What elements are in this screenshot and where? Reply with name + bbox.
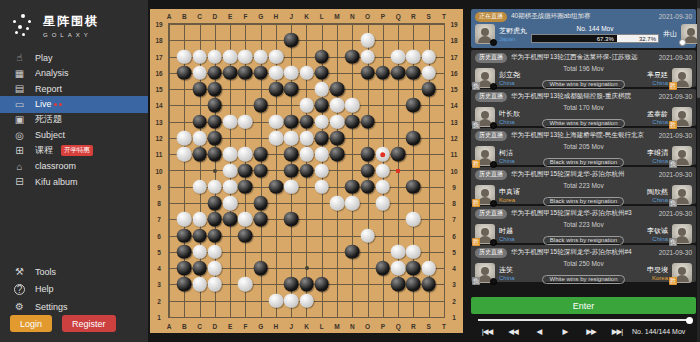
black-stone-B16	[177, 66, 192, 81]
black-stone-L12	[314, 131, 329, 146]
black-stone-C4	[192, 261, 207, 276]
player-avatar: 胜	[672, 263, 692, 283]
game-title: 华为手机围甲13轮上海建桥学院-民生银行北京	[511, 131, 655, 140]
total-moves: Total 250 Mov	[537, 260, 630, 267]
white-stone-D3	[208, 277, 223, 292]
player-avatar: 负	[475, 263, 495, 283]
white-stone-icon	[679, 39, 686, 46]
black-stone-F9	[238, 179, 253, 194]
tools-icon: ⚒	[14, 266, 25, 277]
slider-knob[interactable]	[686, 317, 693, 324]
black-stone-G16	[253, 66, 268, 81]
black-stone-K13	[299, 114, 314, 129]
white-stone-D5	[208, 245, 223, 260]
col-label-bottom: P	[381, 323, 385, 330]
white-stone-P11	[376, 147, 391, 162]
white-stone-N8	[345, 196, 360, 211]
logo-title: 星阵围棋	[43, 13, 99, 30]
row-label-left: 10	[155, 167, 162, 174]
row-label-left: 19	[155, 21, 162, 28]
col-label-bottom: C	[197, 323, 202, 330]
black-stone-S3	[421, 277, 436, 292]
enter-button[interactable]: Enter	[471, 297, 696, 314]
white-stone-C17	[192, 49, 207, 64]
live-game-list: 正在直播40期棋圣战循环圈ab组加赛2021-09-30芝野虎丸JapanNo.…	[471, 9, 696, 284]
white-winrate: 32.7%	[617, 35, 658, 42]
sidebar-item-label: 课程	[35, 144, 53, 157]
game-result: Black wins by resignation	[543, 158, 624, 167]
game-date: 2021-09-30	[659, 171, 692, 178]
col-label-top: M	[334, 13, 339, 20]
player-country: China	[634, 80, 668, 86]
black-stone-M11	[330, 147, 345, 162]
sidebar-item-report[interactable]: ▤Report	[0, 80, 148, 97]
white-stone-J12	[284, 131, 299, 146]
player-name: 彭立尧	[499, 70, 533, 80]
white-stone-R5	[406, 245, 421, 260]
row-label-right: 16	[450, 69, 457, 76]
black-stone-M12	[330, 131, 345, 146]
classroom-icon: ⌂	[14, 161, 25, 172]
white-stone-O17	[360, 49, 375, 64]
black-stone-icon	[490, 122, 497, 129]
analysis-icon: ▦	[14, 68, 25, 79]
row-label-left: 12	[155, 134, 162, 141]
live-indicator-dot	[54, 103, 57, 106]
black-stone-G11	[253, 147, 268, 162]
white-stone-K14	[299, 98, 314, 113]
result-badge: 负	[669, 199, 677, 207]
white-stone-K2	[299, 293, 314, 308]
white-stone-E13	[223, 114, 238, 129]
sidebar-item-kifu-album[interactable]: ⊟Kifu album	[0, 173, 148, 190]
white-stone-H13	[269, 114, 284, 129]
total-moves: Total 205 Mov	[537, 143, 630, 150]
game-date: 2021-09-30	[659, 210, 692, 217]
white-stone-P10	[376, 163, 391, 178]
col-label-top: T	[442, 13, 446, 20]
black-stone-H9	[269, 179, 284, 194]
black-stone-icon	[490, 161, 497, 168]
result-badge: 负	[472, 277, 480, 285]
black-stone-D12	[208, 131, 223, 146]
black-stone-J11	[284, 147, 299, 162]
row-label-left: 5	[157, 248, 161, 255]
black-stone-R3	[406, 277, 421, 292]
black-stone-D8	[208, 196, 223, 211]
live-indicator-dot	[59, 103, 62, 106]
sidebar: 星阵围棋 GOLAXY ☝Play▦Analysis▤Report▭Live▣死…	[0, 0, 148, 342]
game-result: White wins by resignation	[542, 80, 624, 89]
white-stone-E10	[223, 163, 238, 178]
row-label-left: 7	[157, 216, 161, 223]
white-stone-B12	[177, 131, 192, 146]
player-country: China	[634, 158, 668, 164]
settings-icon: ⚙	[14, 301, 25, 312]
row-label-left: 6	[157, 232, 161, 239]
row-label-left: 11	[156, 151, 163, 158]
sidebar-item-subject[interactable]: ◎Subject	[0, 127, 148, 144]
result-badge: 负	[669, 160, 677, 168]
sidebar-item-label: Tools	[35, 267, 56, 277]
black-stone-Q11	[391, 147, 406, 162]
result-badge: 负	[472, 82, 480, 90]
white-stone-N14	[345, 98, 360, 113]
player-country: China	[499, 275, 533, 281]
player-country: Korea	[499, 197, 533, 203]
black-stone-P4	[376, 261, 391, 276]
black-winrate: 67.3%	[532, 35, 617, 42]
row-label-right: 1	[452, 314, 456, 321]
sidebar-item-label: Live	[35, 99, 52, 109]
black-stone-K10	[299, 163, 314, 178]
col-label-top: R	[411, 13, 416, 20]
white-stone-K12	[299, 131, 314, 146]
result-badge: 负	[669, 238, 677, 246]
col-label-top: N	[350, 13, 355, 20]
row-label-right: 8	[452, 200, 456, 207]
sidebar-item-analysis[interactable]: ▦Analysis	[0, 65, 148, 82]
sidebar-item-tools[interactable]: ⚒Tools	[0, 263, 148, 280]
white-stone-Q17	[391, 49, 406, 64]
row-label-left: 3	[157, 281, 161, 288]
game-entry-1[interactable]: 正在直播40期棋圣战循环圈ab组加赛2021-09-30芝野虎丸JapanNo.…	[471, 9, 696, 48]
history-badge: 历史直播	[475, 170, 507, 180]
white-stone-R17	[406, 49, 421, 64]
black-stone-C6	[192, 228, 207, 243]
col-label-bottom: J	[289, 323, 293, 330]
sidebar-item-label: Settings	[35, 302, 68, 312]
player-name: 连笑	[499, 265, 533, 275]
sidebar-item-label: Help	[35, 284, 54, 294]
game-entry-3[interactable]: 历史直播华为手机围甲13轮成都懿锦控股-重庆棋院2021-09-30负叶长欣Ch…	[471, 89, 696, 126]
row-label-left: 9	[157, 183, 161, 190]
row-label-right: 14	[450, 102, 457, 109]
playback-controls: |◀◀◀◀◀▶▶▶▶▶|No. 144/144 Mov	[474, 325, 699, 338]
black-stone-L3	[314, 277, 329, 292]
total-moves: Total 196 Mov	[537, 65, 630, 72]
col-label-bottom: F	[243, 323, 247, 330]
player-avatar: 负	[475, 107, 495, 127]
row-label-right: 4	[452, 265, 456, 272]
black-stone-K3	[299, 277, 314, 292]
kifu-icon: ⊟	[14, 176, 25, 187]
game-entry-2[interactable]: 历史直播华为手机围甲13轮江西金达莱环保-江苏致远2021-09-30负彭立尧C…	[471, 50, 696, 87]
black-stone-D11	[208, 147, 223, 162]
row-label-left: 18	[155, 37, 162, 44]
game-result: Black wins by resignation	[543, 236, 624, 245]
game-entry-6[interactable]: 历史直播华为手机围甲15轮深圳龙华-苏泊尔杭州#32021-09-30胜时越Ch…	[471, 206, 696, 243]
black-stone-S15	[421, 82, 436, 97]
sidebar-item-classroom[interactable]: ⌂classroom	[0, 158, 148, 175]
player-avatar: 胜	[475, 185, 495, 205]
white-stone-J16	[284, 66, 299, 81]
col-label-bottom: N	[350, 323, 355, 330]
fast-backward-button[interactable]: ◀◀	[500, 325, 526, 338]
tsumego-icon: ▣	[14, 114, 25, 125]
black-stone-B5	[177, 245, 192, 260]
white-stone-F7	[238, 212, 253, 227]
black-stone-icon	[490, 239, 497, 246]
player-avatar: 胜	[672, 68, 692, 88]
history-badge: 历史直播	[475, 131, 507, 141]
col-label-bottom: H	[274, 323, 279, 330]
sidebar-item-课程[interactable]: ⊞课程开学特惠	[0, 142, 148, 159]
player-name: 孟泰龄	[634, 109, 668, 119]
player-country: Korea	[634, 275, 668, 281]
black-stone-D13	[208, 114, 223, 129]
player-name: 申真谞	[499, 187, 533, 197]
col-label-bottom: L	[320, 323, 324, 330]
total-moves: Total 170 Mov	[537, 104, 630, 111]
white-stone-J9	[284, 179, 299, 194]
row-label-right: 19	[450, 21, 457, 28]
result-badge: 胜	[472, 238, 480, 246]
winrate-bar: 67.3%32.7%	[531, 34, 659, 43]
white-stone-B11	[177, 147, 192, 162]
col-label-top: K	[304, 13, 309, 20]
move-slider[interactable]	[478, 319, 690, 321]
black-stone-icon	[490, 39, 497, 46]
star-point	[213, 169, 217, 173]
sidebar-item-label: Subject	[35, 130, 65, 140]
player-name: 李钦诚	[634, 226, 668, 236]
golaxy-app: 星阵围棋 GOLAXY ☝Play▦Analysis▤Report▭Live▣死…	[0, 0, 700, 342]
white-stone-O6	[360, 228, 375, 243]
result-badge: 胜	[472, 199, 480, 207]
sidebar-item-label: Play	[35, 53, 53, 63]
black-stone-icon	[490, 200, 497, 207]
col-label-top: J	[289, 13, 293, 20]
white-stone-S17	[421, 49, 436, 64]
black-stone-N17	[345, 49, 360, 64]
white-stone-H2	[269, 293, 284, 308]
row-label-right: 9	[452, 183, 456, 190]
hand-icon: ☝	[14, 52, 25, 63]
player-avatar: 胜	[672, 107, 692, 127]
black-stone-B6	[177, 228, 192, 243]
black-stone-L17	[314, 49, 329, 64]
help-icon: ?	[14, 284, 25, 295]
white-stone-L13	[314, 114, 329, 129]
player-country: Japan	[499, 36, 527, 42]
sidebar-item-label: 死活题	[35, 113, 62, 126]
login-button[interactable]: Login	[10, 315, 52, 332]
col-label-bottom: D	[212, 323, 217, 330]
black-stone-C13	[192, 114, 207, 129]
player-name: 时越	[499, 226, 533, 236]
white-stone-C16	[192, 66, 207, 81]
row-label-right: 18	[450, 37, 457, 44]
game-date: 2021-09-30	[659, 54, 692, 61]
row-label-left: 8	[157, 200, 161, 207]
black-stone-N5	[345, 245, 360, 260]
history-badge: 历史直播	[475, 248, 507, 258]
white-stone-P8	[376, 196, 391, 211]
game-entry-7[interactable]: 历史直播华为手机围甲15轮深圳龙华-苏泊尔杭州#42021-09-30负连笑Ch…	[471, 245, 696, 282]
logo-subtitle: GOLAXY	[43, 32, 99, 38]
black-stone-D14	[208, 98, 223, 113]
white-stone-F11	[238, 147, 253, 162]
black-stone-H15	[269, 82, 284, 97]
white-stone-G17	[253, 49, 268, 64]
row-label-right: 13	[450, 118, 457, 125]
white-stone-P9	[376, 179, 391, 194]
row-label-right: 17	[450, 53, 457, 60]
white-stone-L9	[314, 179, 329, 194]
black-stone-E16	[223, 66, 238, 81]
black-stone-J15	[284, 82, 299, 97]
result-badge: 负	[472, 121, 480, 129]
move-number-label: No. 144 Mov	[531, 25, 659, 32]
black-stone-D6	[208, 228, 223, 243]
ai-move-marker	[396, 169, 400, 173]
row-label-left: 17	[155, 53, 162, 60]
sidebar-item-settings[interactable]: ⚙Settings	[0, 298, 148, 315]
total-moves: Total 223 Mov	[537, 182, 630, 189]
black-stone-Q3	[391, 277, 406, 292]
register-button[interactable]: Register	[62, 315, 116, 332]
player-avatar: 负	[475, 68, 495, 88]
black-stone-Q16	[391, 66, 406, 81]
row-label-right: 3	[452, 281, 456, 288]
sidebar-item-help[interactable]: ?Help	[0, 281, 148, 298]
col-label-bottom: E	[228, 323, 232, 330]
game-entry-5[interactable]: 历史直播华为手机围甲15轮深圳龙华-苏泊尔杭州2021-09-30胜申真谞Kor…	[471, 167, 696, 204]
white-stone-D9	[208, 179, 223, 194]
backward-button[interactable]: ◀	[526, 325, 552, 338]
fast-forward-button[interactable]: ▶▶	[578, 325, 604, 338]
sidebar-item-label: Analysis	[35, 68, 69, 78]
col-label-top: H	[274, 13, 279, 20]
col-label-top: P	[381, 13, 385, 20]
row-label-right: 2	[452, 297, 456, 304]
forward-button[interactable]: ▶	[552, 325, 578, 338]
black-stone-O11	[360, 147, 375, 162]
history-badge: 历史直播	[475, 92, 507, 102]
white-stone-K16	[299, 66, 314, 81]
black-stone-G8	[253, 196, 268, 211]
white-stone-K11	[299, 147, 314, 162]
black-stone-R12	[406, 131, 421, 146]
player-avatar: 负	[672, 224, 692, 244]
move-counter: No. 144/144 Mov	[632, 328, 685, 335]
col-label-bottom: M	[334, 323, 339, 330]
player-name: 芈昱廷	[634, 70, 668, 80]
black-stone-F6	[238, 228, 253, 243]
black-stone-J13	[284, 114, 299, 129]
result-badge: 胜	[472, 160, 480, 168]
black-stone-J3	[284, 277, 299, 292]
star-point	[305, 266, 309, 270]
player-name: 芝野虎丸	[499, 26, 527, 36]
player-avatar: 胜	[475, 146, 495, 166]
white-stone-Q5	[391, 245, 406, 260]
col-label-top: S	[427, 13, 431, 20]
black-stone-icon	[490, 278, 497, 285]
live-icon: ▭	[14, 99, 25, 110]
player-name: 叶长欣	[499, 109, 533, 119]
sidebar-item-live[interactable]: ▭Live	[0, 96, 148, 113]
white-stone-F3	[238, 277, 253, 292]
black-stone-D15	[208, 82, 223, 97]
black-stone-R14	[406, 98, 421, 113]
black-stone-M15	[330, 82, 345, 97]
col-label-top: G	[258, 13, 263, 20]
promo-badge: 开学特惠	[61, 145, 93, 156]
white-stone-E9	[223, 179, 238, 194]
game-entry-4[interactable]: 历史直播华为手机围甲13轮上海建桥学院-民生银行北京2021-09-30胜柯洁C…	[471, 128, 696, 165]
white-stone-E17	[223, 49, 238, 64]
goban[interactable]: AABBCCDDEEFFGGHHJJKKLLMMNNOOPPQQRRSSTT11…	[150, 9, 463, 333]
star-cluster-icon	[10, 12, 36, 38]
to-start-button[interactable]: |◀◀	[474, 325, 500, 338]
white-stone-D4	[208, 261, 223, 276]
col-label-top: L	[320, 13, 324, 20]
col-label-top: A	[167, 13, 172, 20]
row-label-left: 16	[155, 69, 162, 76]
black-stone-icon	[490, 83, 497, 90]
white-stone-C12	[192, 131, 207, 146]
black-stone-R16	[406, 66, 421, 81]
row-label-right: 15	[450, 86, 457, 93]
to-end-button[interactable]: ▶▶|	[604, 325, 630, 338]
row-label-right: 11	[451, 151, 458, 158]
sidebar-item-play[interactable]: ☝Play	[0, 49, 148, 66]
white-stone-H12	[269, 131, 284, 146]
result-badge: 胜	[669, 121, 677, 129]
sidebar-item-死活题[interactable]: ▣死活题	[0, 111, 148, 128]
game-title: 华为手机围甲15轮深圳龙华-苏泊尔杭州#3	[511, 209, 655, 218]
player-country: China	[634, 197, 668, 203]
white-stone-C7	[192, 212, 207, 227]
col-label-top: F	[243, 13, 247, 20]
game-date: 2021-09-30	[659, 132, 692, 139]
course-icon: ⊞	[14, 145, 25, 156]
game-title: 华为手机围甲13轮成都懿锦控股-重庆棋院	[511, 92, 655, 101]
live-badge: 正在直播	[475, 12, 507, 22]
player-country: China	[499, 80, 533, 86]
white-stone-S16	[421, 66, 436, 81]
white-stone-L11	[314, 147, 329, 162]
white-stone-S4	[421, 261, 436, 276]
sidebar-item-label: classroom	[35, 161, 76, 171]
black-stone-J7	[284, 212, 299, 227]
col-label-bottom: A	[167, 323, 172, 330]
history-badge: 历史直播	[475, 209, 507, 219]
col-label-top: O	[365, 13, 370, 20]
black-stone-F10	[238, 163, 253, 178]
player-name: 申旻埈	[634, 265, 668, 275]
white-stone-M8	[330, 196, 345, 211]
black-stone-G10	[253, 163, 268, 178]
black-stone-O16	[360, 66, 375, 81]
col-label-bottom: B	[182, 323, 187, 330]
black-stone-L16	[314, 66, 329, 81]
white-stone-F17	[238, 49, 253, 64]
col-label-bottom: G	[258, 323, 263, 330]
col-label-top: E	[228, 13, 232, 20]
black-stone-G7	[253, 212, 268, 227]
black-stone-B3	[177, 277, 192, 292]
player-avatar	[475, 24, 495, 44]
black-stone-N13	[345, 114, 360, 129]
white-stone-C5	[192, 245, 207, 260]
black-stone-P16	[376, 66, 391, 81]
row-label-left: 13	[155, 118, 162, 125]
row-label-left: 4	[157, 265, 161, 272]
player-country: China	[499, 119, 533, 125]
